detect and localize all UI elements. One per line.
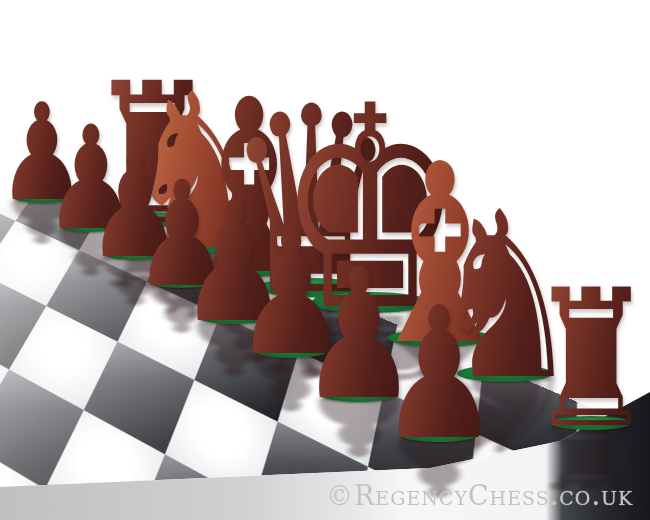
watermark: ©RegencyChess.co.uk bbox=[326, 482, 633, 509]
chess-set-photo: ♟♟♟♟♟♟♟♟♟♟♟♟♟♟♟♟♜♜♞♞♝♝♛♛♚♚♝♝♞♞♜♜ ©Regenc… bbox=[0, 0, 650, 520]
pawn-glyph: ♟ bbox=[379, 283, 500, 465]
rook-glyph: ♜ bbox=[528, 265, 650, 455]
pieces-layer: ♟♟♟♟♟♟♟♟♟♟♟♟♟♟♟♟♜♜♞♞♝♝♛♛♚♚♝♝♞♞♜♜ bbox=[0, 0, 650, 520]
